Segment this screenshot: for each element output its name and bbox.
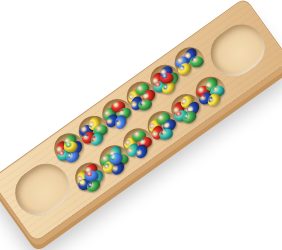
store-left (6, 155, 78, 225)
stone-red (159, 72, 174, 84)
product-photo-scene (0, 0, 282, 250)
store-right (202, 15, 274, 85)
stone-green (189, 55, 204, 67)
mancala-board (0, 0, 282, 243)
